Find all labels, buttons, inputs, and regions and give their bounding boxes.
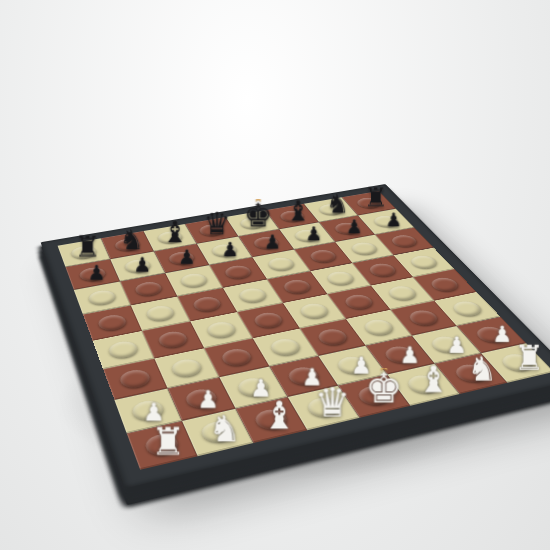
lego-stud	[388, 234, 420, 249]
lego-stud	[348, 241, 380, 256]
piece-black-knight[interactable]: ♞	[326, 191, 350, 217]
lego-stud	[106, 339, 139, 360]
piece-black-pawn[interactable]: ♟	[87, 264, 105, 284]
lego-stud	[219, 347, 254, 368]
piece-black-knight[interactable]: ♞	[119, 226, 144, 254]
piece-black-pawn[interactable]: ♟	[385, 211, 402, 230]
lego-stud	[96, 313, 128, 332]
lego-stud	[204, 320, 238, 340]
piece-white-king[interactable]: ♚★	[365, 368, 402, 410]
piece-white-bishop[interactable]: ♝	[417, 361, 450, 397]
piece-black-pawn[interactable]: ♟	[346, 218, 363, 237]
lego-stud	[251, 311, 285, 330]
piece-white-pawn[interactable]: ♟	[492, 324, 512, 346]
piece-white-rook[interactable]: ♜	[514, 341, 545, 375]
lego-stud	[236, 287, 269, 305]
piece-white-bishop[interactable]: ♝	[262, 396, 296, 434]
lego-stud	[268, 337, 304, 358]
piece-black-pawn[interactable]: ♟	[305, 225, 322, 244]
lego-stud	[265, 256, 296, 272]
lego-stud	[315, 327, 351, 347]
lego-stud	[178, 272, 209, 289]
piece-black-rook[interactable]: ♜	[364, 184, 388, 211]
king-crown-star: ★	[377, 358, 390, 373]
lego-stud	[169, 357, 204, 379]
lego-stud	[385, 284, 419, 302]
piece-white-queen[interactable]: ♛	[315, 382, 351, 422]
lego-stud	[118, 368, 153, 390]
piece-black-pawn[interactable]: ♟	[264, 233, 281, 252]
piece-black-pawn[interactable]: ♟	[221, 240, 239, 260]
lego-stud	[407, 254, 440, 270]
lego-stud	[133, 280, 164, 297]
king-crown-star: ★	[253, 191, 263, 203]
lego-stud	[427, 276, 461, 293]
lego-stud	[366, 262, 399, 278]
lego-stud	[281, 278, 314, 295]
square-g4[interactable]	[371, 277, 434, 310]
piece-black-king[interactable]: ♚★	[244, 199, 273, 231]
piece-black-bishop[interactable]: ♝	[162, 217, 188, 246]
lego-stud	[361, 318, 397, 337]
lego-stud	[222, 264, 253, 281]
lego-stud	[342, 293, 376, 311]
piece-black-pawn[interactable]: ♟	[133, 256, 151, 276]
piece-white-rook[interactable]: ♜	[151, 422, 185, 460]
lego-stud	[324, 270, 357, 287]
piece-white-knight[interactable]: ♞	[208, 411, 241, 447]
lego-stud	[144, 304, 176, 323]
piece-white-knight[interactable]: ♞	[467, 353, 497, 387]
render-background: ♜♞♝♛♚★♝♞♜♟♟♟♟♟♟♟♟♟♟♟♟♟♟♟♟♜♞♝♛♚★♝♞♜	[0, 0, 550, 550]
lego-stud	[406, 308, 442, 327]
lego-stud	[191, 295, 223, 313]
piece-black-pawn[interactable]: ♟	[178, 248, 196, 268]
lego-stud	[297, 302, 331, 321]
piece-white-pawn[interactable]: ♟	[447, 334, 467, 357]
piece-black-rook[interactable]: ♜	[74, 233, 100, 262]
lego-stud	[87, 289, 118, 307]
lego-stud	[156, 330, 190, 350]
lego-stud	[307, 248, 339, 264]
piece-black-queen[interactable]: ♛	[203, 208, 231, 239]
lego-stud	[449, 299, 485, 317]
piece-black-bishop[interactable]: ♝	[286, 196, 311, 224]
